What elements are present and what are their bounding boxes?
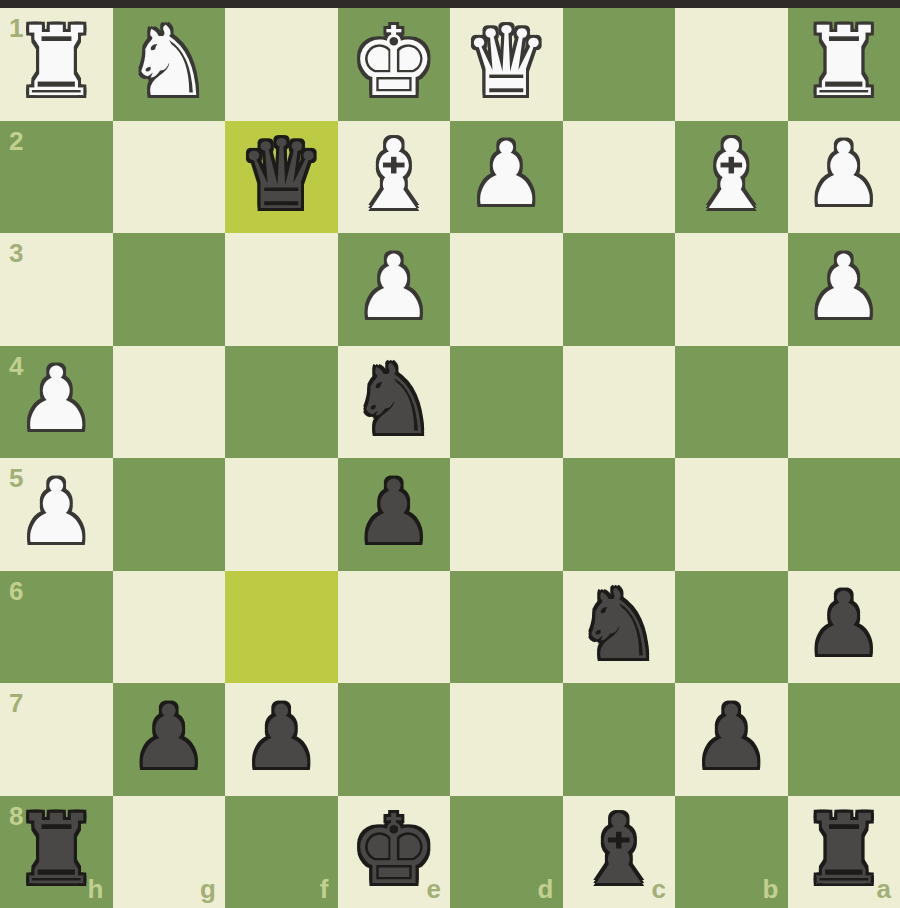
file-label-f: f [320, 874, 329, 905]
piece-white-pawn-a3[interactable]: ♟ [788, 233, 900, 346]
square-c6[interactable]: ♞ [563, 571, 676, 684]
file-label-g: g [200, 874, 216, 905]
square-e2[interactable]: ♝ [338, 121, 451, 234]
square-g1[interactable]: ♞ [113, 8, 226, 121]
square-d7[interactable] [450, 683, 563, 796]
square-c1[interactable] [563, 8, 676, 121]
square-d2[interactable]: ♟ [450, 121, 563, 234]
piece-white-queen-d1[interactable]: ♛ [450, 8, 563, 121]
square-h8[interactable]: 8h♜ [0, 796, 113, 908]
square-c5[interactable] [563, 458, 676, 571]
square-g8[interactable]: g [113, 796, 226, 908]
piece-white-rook-h1[interactable]: ♜ [0, 8, 113, 121]
piece-black-pawn-a6[interactable]: ♟ [788, 571, 900, 684]
square-b5[interactable] [675, 458, 788, 571]
square-a7[interactable] [788, 683, 900, 796]
square-g5[interactable] [113, 458, 226, 571]
piece-black-bishop-c8[interactable]: ♝ [563, 796, 676, 908]
square-e8[interactable]: e♚ [338, 796, 451, 908]
rank-label-7: 7 [9, 688, 23, 719]
rank-label-3: 3 [9, 238, 23, 269]
square-f3[interactable] [225, 233, 338, 346]
piece-black-pawn-g7[interactable]: ♟ [113, 683, 226, 796]
square-d3[interactable] [450, 233, 563, 346]
square-a5[interactable] [788, 458, 900, 571]
square-b1[interactable] [675, 8, 788, 121]
file-label-b: b [763, 874, 779, 905]
piece-black-pawn-f7[interactable]: ♟ [225, 683, 338, 796]
rank-label-2: 2 [9, 126, 23, 157]
piece-white-pawn-h5[interactable]: ♟ [0, 458, 113, 571]
square-a6[interactable]: ♟ [788, 571, 900, 684]
square-b6[interactable] [675, 571, 788, 684]
square-f2[interactable]: ♛ [225, 121, 338, 234]
piece-black-pawn-e5[interactable]: ♟ [338, 458, 451, 571]
square-e3[interactable]: ♟ [338, 233, 451, 346]
piece-white-pawn-d2[interactable]: ♟ [450, 121, 563, 234]
square-f7[interactable]: ♟ [225, 683, 338, 796]
square-b2[interactable]: ♝ [675, 121, 788, 234]
piece-white-pawn-h4[interactable]: ♟ [0, 346, 113, 459]
square-b3[interactable] [675, 233, 788, 346]
piece-white-pawn-e3[interactable]: ♟ [338, 233, 451, 346]
square-h3[interactable]: 3 [0, 233, 113, 346]
square-f1[interactable] [225, 8, 338, 121]
square-d8[interactable]: d [450, 796, 563, 908]
file-label-d: d [538, 874, 554, 905]
square-h4[interactable]: 4♟ [0, 346, 113, 459]
square-e5[interactable]: ♟ [338, 458, 451, 571]
square-c7[interactable] [563, 683, 676, 796]
piece-black-pawn-b7[interactable]: ♟ [675, 683, 788, 796]
piece-black-knight-e4[interactable]: ♞ [338, 346, 451, 459]
square-e1[interactable]: ♚ [338, 8, 451, 121]
square-a2[interactable]: ♟ [788, 121, 900, 234]
square-a4[interactable] [788, 346, 900, 459]
square-h7[interactable]: 7 [0, 683, 113, 796]
square-h1[interactable]: 1♜ [0, 8, 113, 121]
square-g2[interactable] [113, 121, 226, 234]
rank-label-6: 6 [9, 576, 23, 607]
square-h6[interactable]: 6 [0, 571, 113, 684]
piece-black-rook-a8[interactable]: ♜ [788, 796, 900, 908]
square-e7[interactable] [338, 683, 451, 796]
square-d4[interactable] [450, 346, 563, 459]
square-d6[interactable] [450, 571, 563, 684]
piece-white-bishop-b2[interactable]: ♝ [675, 121, 788, 234]
square-a8[interactable]: a♜ [788, 796, 900, 908]
square-e4[interactable]: ♞ [338, 346, 451, 459]
piece-black-queen-f2[interactable]: ♛ [225, 121, 338, 234]
piece-white-knight-g1[interactable]: ♞ [113, 8, 226, 121]
square-c8[interactable]: c♝ [563, 796, 676, 908]
square-g4[interactable] [113, 346, 226, 459]
square-d1[interactable]: ♛ [450, 8, 563, 121]
square-g6[interactable] [113, 571, 226, 684]
piece-black-king-e8[interactable]: ♚ [338, 796, 451, 908]
square-e6[interactable] [338, 571, 451, 684]
piece-white-king-e1[interactable]: ♚ [338, 8, 451, 121]
square-b8[interactable]: b [675, 796, 788, 908]
square-h2[interactable]: 2 [0, 121, 113, 234]
square-a1[interactable]: ♜ [788, 8, 900, 121]
piece-white-pawn-a2[interactable]: ♟ [788, 121, 900, 234]
square-a3[interactable]: ♟ [788, 233, 900, 346]
piece-black-knight-c6[interactable]: ♞ [563, 571, 676, 684]
square-f8[interactable]: f [225, 796, 338, 908]
square-c2[interactable] [563, 121, 676, 234]
square-f4[interactable] [225, 346, 338, 459]
square-b4[interactable] [675, 346, 788, 459]
square-c3[interactable] [563, 233, 676, 346]
chess-board: 1♜♞♚♛♜2♛♝♟♝♟3♟♟4♟♞5♟♟6♞♟7♟♟♟8h♜gfe♚dc♝ba… [0, 8, 900, 908]
square-b7[interactable]: ♟ [675, 683, 788, 796]
square-d5[interactable] [450, 458, 563, 571]
piece-white-rook-a1[interactable]: ♜ [788, 8, 900, 121]
square-c4[interactable] [563, 346, 676, 459]
square-f5[interactable] [225, 458, 338, 571]
square-g3[interactable] [113, 233, 226, 346]
square-g7[interactable]: ♟ [113, 683, 226, 796]
piece-black-rook-h8[interactable]: ♜ [0, 796, 113, 908]
square-f6[interactable] [225, 571, 338, 684]
piece-white-bishop-e2[interactable]: ♝ [338, 121, 451, 234]
square-h5[interactable]: 5♟ [0, 458, 113, 571]
